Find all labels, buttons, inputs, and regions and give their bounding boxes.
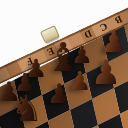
piece-black-knight: ♞: [11, 91, 43, 127]
piece-black-pawn: ♟: [47, 80, 71, 107]
chess-set-photo: FEDCB ♟♟♝♟♟♟♟♟♟♞: [0, 0, 128, 128]
file-label: D: [82, 27, 94, 42]
piece-black-pawn: ♟: [91, 55, 121, 89]
piece-black-pawn: ♟: [68, 68, 91, 94]
